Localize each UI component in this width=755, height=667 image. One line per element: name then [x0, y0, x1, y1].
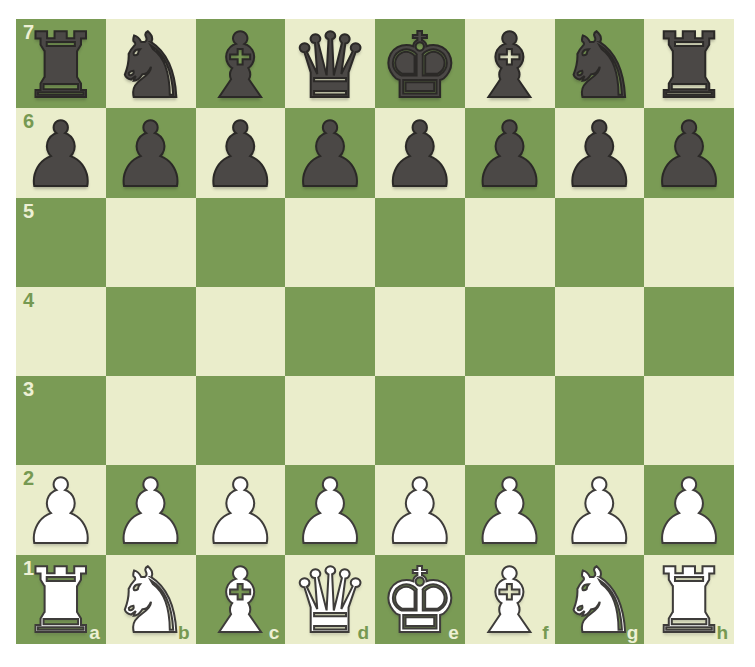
black-pawn-f6[interactable]: ♟ [469, 110, 550, 198]
square-g2[interactable]: ♟ [555, 465, 645, 554]
file-label-f: f [542, 623, 548, 642]
square-e4[interactable] [375, 287, 465, 376]
square-h2[interactable]: ♟ [644, 465, 734, 554]
black-pawn-e6[interactable]: ♟ [380, 110, 461, 198]
square-c5[interactable] [196, 198, 286, 287]
square-g4[interactable] [555, 287, 645, 376]
square-f2[interactable]: ♟ [465, 465, 555, 554]
square-a6[interactable]: 6♟ [16, 108, 106, 197]
white-pawn-g2[interactable]: ♟ [559, 467, 640, 555]
square-h3[interactable] [644, 376, 734, 465]
square-e5[interactable] [375, 198, 465, 287]
black-rook-h7[interactable]: ♜ [649, 21, 730, 109]
square-a4[interactable]: 4 [16, 287, 106, 376]
square-c6[interactable]: ♟ [196, 108, 286, 197]
square-e7[interactable]: ♚ [375, 19, 465, 108]
white-pawn-a2[interactable]: ♟ [21, 467, 102, 555]
square-b7[interactable]: ♞ [106, 19, 196, 108]
square-a7[interactable]: 7♜ [16, 19, 106, 108]
square-a2[interactable]: 2♟ [16, 465, 106, 554]
square-f1[interactable]: f♝ [465, 555, 555, 644]
file-label-e: e [448, 623, 459, 642]
chess-board: 7♜♞♝♛♚♝♞♜6♟♟♟♟♟♟♟♟5432♟♟♟♟♟♟♟♟1a♜b♞c♝d♛e… [16, 19, 734, 644]
square-f4[interactable] [465, 287, 555, 376]
black-knight-b7[interactable]: ♞ [110, 21, 191, 109]
square-d5[interactable] [285, 198, 375, 287]
black-bishop-c7[interactable]: ♝ [200, 21, 281, 109]
square-b2[interactable]: ♟ [106, 465, 196, 554]
square-d4[interactable] [285, 287, 375, 376]
white-pawn-b2[interactable]: ♟ [110, 467, 191, 555]
square-b3[interactable] [106, 376, 196, 465]
square-g1[interactable]: g♞ [555, 555, 645, 644]
square-h4[interactable] [644, 287, 734, 376]
square-g7[interactable]: ♞ [555, 19, 645, 108]
square-c4[interactable] [196, 287, 286, 376]
square-d2[interactable]: ♟ [285, 465, 375, 554]
square-b1[interactable]: b♞ [106, 555, 196, 644]
square-b4[interactable] [106, 287, 196, 376]
square-a3[interactable]: 3 [16, 376, 106, 465]
square-g6[interactable]: ♟ [555, 108, 645, 197]
square-h6[interactable]: ♟ [644, 108, 734, 197]
file-label-a: a [89, 623, 100, 642]
black-knight-g7[interactable]: ♞ [559, 21, 640, 109]
black-pawn-h6[interactable]: ♟ [649, 110, 730, 198]
square-g3[interactable] [555, 376, 645, 465]
square-c7[interactable]: ♝ [196, 19, 286, 108]
file-label-d: d [357, 623, 369, 642]
white-pawn-e2[interactable]: ♟ [380, 467, 461, 555]
white-pawn-f2[interactable]: ♟ [469, 467, 550, 555]
square-b6[interactable]: ♟ [106, 108, 196, 197]
file-label-h: h [716, 623, 728, 642]
square-e2[interactable]: ♟ [375, 465, 465, 554]
square-c2[interactable]: ♟ [196, 465, 286, 554]
square-a5[interactable]: 5 [16, 198, 106, 287]
square-a1[interactable]: 1a♜ [16, 555, 106, 644]
chess-app-screenshot: 7♜♞♝♛♚♝♞♜6♟♟♟♟♟♟♟♟5432♟♟♟♟♟♟♟♟1a♜b♞c♝d♛e… [0, 0, 755, 667]
square-d3[interactable] [285, 376, 375, 465]
square-g5[interactable] [555, 198, 645, 287]
square-d7[interactable]: ♛ [285, 19, 375, 108]
file-label-c: c [269, 623, 280, 642]
black-pawn-a6[interactable]: ♟ [21, 110, 102, 198]
square-h5[interactable] [644, 198, 734, 287]
black-pawn-g6[interactable]: ♟ [559, 110, 640, 198]
square-c1[interactable]: c♝ [196, 555, 286, 644]
black-pawn-d6[interactable]: ♟ [290, 110, 371, 198]
square-f5[interactable] [465, 198, 555, 287]
square-h1[interactable]: h♜ [644, 555, 734, 644]
file-label-g: g [627, 623, 639, 642]
square-e3[interactable] [375, 376, 465, 465]
rank-label-3: 3 [23, 379, 34, 399]
square-h7[interactable]: ♜ [644, 19, 734, 108]
square-f6[interactable]: ♟ [465, 108, 555, 197]
rank-label-4: 4 [23, 290, 34, 310]
white-pawn-c2[interactable]: ♟ [200, 467, 281, 555]
square-b5[interactable] [106, 198, 196, 287]
white-pawn-d2[interactable]: ♟ [290, 467, 371, 555]
black-queen-d7[interactable]: ♛ [290, 21, 371, 109]
file-label-b: b [178, 623, 190, 642]
square-e1[interactable]: e♚ [375, 555, 465, 644]
black-bishop-f7[interactable]: ♝ [469, 21, 550, 109]
black-pawn-c6[interactable]: ♟ [200, 110, 281, 198]
black-rook-a7[interactable]: ♜ [21, 21, 102, 109]
square-d1[interactable]: d♛ [285, 555, 375, 644]
black-king-e7[interactable]: ♚ [380, 21, 461, 109]
rank-label-5: 5 [23, 201, 34, 221]
black-pawn-b6[interactable]: ♟ [110, 110, 191, 198]
square-f3[interactable] [465, 376, 555, 465]
square-c3[interactable] [196, 376, 286, 465]
white-pawn-h2[interactable]: ♟ [649, 467, 730, 555]
square-f7[interactable]: ♝ [465, 19, 555, 108]
white-bishop-f1[interactable]: ♝ [469, 556, 550, 644]
square-d6[interactable]: ♟ [285, 108, 375, 197]
square-e6[interactable]: ♟ [375, 108, 465, 197]
